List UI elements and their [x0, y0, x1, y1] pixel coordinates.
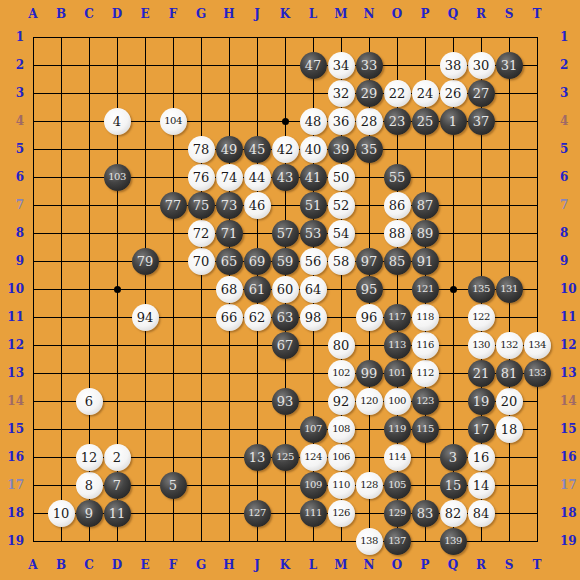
white-stone-116-P12: 116: [412, 332, 439, 359]
col-label-bottom-H: H: [215, 557, 243, 573]
stone-move-number: 82: [445, 507, 462, 520]
white-stone-132-S12: 132: [496, 332, 523, 359]
white-stone-56-L9: 56: [300, 248, 327, 275]
stone-move-number: 25: [417, 115, 434, 128]
stone-move-number: 44: [249, 171, 266, 184]
stone-move-number: 138: [360, 536, 378, 546]
black-stone-105-O17: 105: [384, 472, 411, 499]
row-label-right-18: 18: [558, 504, 580, 522]
stone-move-number: 117: [388, 312, 406, 322]
white-stone-40-L5: 40: [300, 136, 327, 163]
stone-move-number: 17: [473, 423, 490, 436]
white-stone-6-C14: 6: [76, 388, 103, 415]
stone-move-number: 61: [249, 283, 266, 296]
white-stone-38-Q2: 38: [440, 52, 467, 79]
stone-move-number: 110: [332, 480, 350, 490]
col-label-top-A: A: [19, 6, 47, 22]
row-label-right-19: 19: [558, 532, 580, 550]
white-stone-120-N14: 120: [356, 388, 383, 415]
white-stone-20-S14: 20: [496, 388, 523, 415]
white-stone-74-H6: 74: [216, 164, 243, 191]
black-stone-3-Q16: 3: [440, 444, 467, 471]
white-stone-54-M8: 54: [328, 220, 355, 247]
stone-move-number: 27: [473, 87, 490, 100]
stone-move-number: 23: [389, 115, 406, 128]
stone-move-number: 5: [169, 479, 177, 492]
white-stone-122-R11: 122: [468, 304, 495, 331]
stone-move-number: 42: [277, 143, 294, 156]
row-label-right-6: 6: [558, 168, 580, 186]
stone-move-number: 71: [221, 227, 238, 240]
white-stone-96-N11: 96: [356, 304, 383, 331]
stone-move-number: 95: [361, 283, 378, 296]
row-label-left-7: 7: [0, 196, 26, 214]
black-stone-59-K9: 59: [272, 248, 299, 275]
black-stone-75-G7: 75: [188, 192, 215, 219]
stone-move-number: 137: [388, 536, 406, 546]
stone-move-number: 14: [473, 479, 490, 492]
black-stone-29-N3: 29: [356, 80, 383, 107]
white-stone-46-J7: 46: [244, 192, 271, 219]
stone-move-number: 108: [332, 424, 350, 434]
col-label-bottom-K: K: [271, 557, 299, 573]
stone-move-number: 84: [473, 507, 490, 520]
col-label-top-L: L: [299, 6, 327, 22]
stone-move-number: 115: [416, 424, 434, 434]
row-label-right-17: 17: [558, 476, 580, 494]
black-stone-127-J18: 127: [244, 500, 271, 527]
stone-move-number: 26: [445, 87, 462, 100]
white-stone-50-M6: 50: [328, 164, 355, 191]
stone-move-number: 67: [277, 339, 294, 352]
stone-move-number: 15: [445, 479, 462, 492]
black-stone-139-Q19: 139: [440, 528, 467, 555]
stone-move-number: 31: [501, 59, 518, 72]
stone-move-number: 87: [417, 199, 434, 212]
stone-move-number: 63: [277, 311, 294, 324]
row-label-right-10: 10: [558, 280, 580, 298]
stone-move-number: 70: [193, 255, 210, 268]
stone-move-number: 107: [304, 424, 322, 434]
white-stone-26-Q3: 26: [440, 80, 467, 107]
col-label-bottom-E: E: [131, 557, 159, 573]
stone-move-number: 64: [305, 283, 322, 296]
black-stone-123-P14: 123: [412, 388, 439, 415]
black-stone-61-J10: 61: [244, 276, 271, 303]
stone-move-number: 86: [389, 199, 406, 212]
stone-move-number: 74: [221, 171, 238, 184]
white-stone-36-M4: 36: [328, 108, 355, 135]
row-label-left-17: 17: [0, 476, 26, 494]
row-label-left-19: 19: [0, 532, 26, 550]
stone-move-number: 39: [333, 143, 350, 156]
white-stone-100-O14: 100: [384, 388, 411, 415]
stone-move-number: 37: [473, 115, 490, 128]
white-stone-22-O3: 22: [384, 80, 411, 107]
stone-move-number: 68: [221, 283, 238, 296]
stone-move-number: 43: [277, 171, 294, 184]
white-stone-64-L10: 64: [300, 276, 327, 303]
row-label-right-12: 12: [558, 336, 580, 354]
black-stone-45-J5: 45: [244, 136, 271, 163]
white-stone-98-L11: 98: [300, 304, 327, 331]
white-stone-110-M17: 110: [328, 472, 355, 499]
stone-move-number: 32: [333, 87, 350, 100]
black-stone-77-F7: 77: [160, 192, 187, 219]
stone-move-number: 83: [417, 507, 434, 520]
stone-move-number: 139: [444, 536, 462, 546]
white-stone-102-M13: 102: [328, 360, 355, 387]
stone-move-number: 131: [500, 284, 518, 294]
stone-move-number: 10: [53, 507, 70, 520]
white-stone-92-M14: 92: [328, 388, 355, 415]
black-stone-19-R14: 19: [468, 388, 495, 415]
stone-move-number: 123: [416, 396, 434, 406]
col-label-bottom-S: S: [495, 557, 523, 573]
stone-move-number: 116: [416, 340, 434, 350]
stone-move-number: 106: [332, 452, 350, 462]
white-stone-70-G9: 70: [188, 248, 215, 275]
col-label-bottom-F: F: [159, 557, 187, 573]
white-stone-68-H10: 68: [216, 276, 243, 303]
stone-move-number: 45: [249, 143, 266, 156]
stone-move-number: 69: [249, 255, 266, 268]
stone-move-number: 66: [221, 311, 238, 324]
stone-move-number: 60: [277, 283, 294, 296]
stone-move-number: 125: [276, 452, 294, 462]
stone-move-number: 28: [361, 115, 378, 128]
black-stone-83-P18: 83: [412, 500, 439, 527]
black-stone-119-O15: 119: [384, 416, 411, 443]
black-stone-1-Q4: 1: [440, 108, 467, 135]
row-label-left-1: 1: [0, 28, 26, 46]
white-stone-106-M16: 106: [328, 444, 355, 471]
white-stone-86-O7: 86: [384, 192, 411, 219]
white-stone-30-R2: 30: [468, 52, 495, 79]
stone-move-number: 99: [361, 367, 378, 380]
stone-move-number: 11: [109, 507, 126, 520]
stone-move-number: 48: [305, 115, 322, 128]
stone-move-number: 34: [333, 59, 350, 72]
star-point-K4: [282, 118, 289, 125]
stone-move-number: 53: [305, 227, 322, 240]
black-stone-121-P10: 121: [412, 276, 439, 303]
stone-move-number: 104: [164, 116, 182, 126]
black-stone-37-R4: 37: [468, 108, 495, 135]
white-stone-48-L4: 48: [300, 108, 327, 135]
stone-move-number: 79: [137, 255, 154, 268]
black-stone-31-S2: 31: [496, 52, 523, 79]
col-label-top-F: F: [159, 6, 187, 22]
stone-move-number: 114: [388, 452, 406, 462]
row-label-left-11: 11: [0, 308, 26, 326]
stone-move-number: 41: [305, 171, 322, 184]
row-label-right-14: 14: [558, 392, 580, 410]
white-stone-108-M15: 108: [328, 416, 355, 443]
stone-move-number: 76: [193, 171, 210, 184]
stone-move-number: 56: [305, 255, 322, 268]
stone-move-number: 102: [332, 368, 350, 378]
stone-move-number: 91: [417, 255, 434, 268]
row-label-left-6: 6: [0, 168, 26, 186]
col-label-bottom-N: N: [355, 557, 383, 573]
col-label-bottom-M: M: [327, 557, 355, 573]
row-label-left-16: 16: [0, 448, 26, 466]
black-stone-55-O6: 55: [384, 164, 411, 191]
row-label-right-1: 1: [558, 28, 580, 46]
col-label-top-R: R: [467, 6, 495, 22]
black-stone-109-L17: 109: [300, 472, 327, 499]
stone-move-number: 47: [305, 59, 322, 72]
stone-move-number: 24: [417, 87, 434, 100]
black-stone-103-D6: 103: [104, 164, 131, 191]
row-label-right-15: 15: [558, 420, 580, 438]
black-stone-25-P4: 25: [412, 108, 439, 135]
stone-move-number: 100: [388, 396, 406, 406]
stone-move-number: 22: [389, 87, 406, 100]
stone-move-number: 3: [449, 451, 457, 464]
stone-move-number: 50: [333, 171, 350, 184]
white-stone-114-O16: 114: [384, 444, 411, 471]
row-label-left-12: 12: [0, 336, 26, 354]
stone-move-number: 94: [137, 311, 154, 324]
col-label-bottom-A: A: [19, 557, 47, 573]
row-label-left-4: 4: [0, 112, 26, 130]
black-stone-5-F17: 5: [160, 472, 187, 499]
black-stone-133-T13: 133: [524, 360, 551, 387]
row-label-right-13: 13: [558, 364, 580, 382]
white-stone-78-G5: 78: [188, 136, 215, 163]
white-stone-84-R18: 84: [468, 500, 495, 527]
black-stone-49-H5: 49: [216, 136, 243, 163]
black-stone-131-S10: 131: [496, 276, 523, 303]
black-stone-113-O12: 113: [384, 332, 411, 359]
stone-move-number: 118: [416, 312, 434, 322]
black-stone-23-O4: 23: [384, 108, 411, 135]
black-stone-35-N5: 35: [356, 136, 383, 163]
white-stone-12-C16: 12: [76, 444, 103, 471]
stone-move-number: 80: [333, 339, 350, 352]
black-stone-85-O9: 85: [384, 248, 411, 275]
white-stone-62-J11: 62: [244, 304, 271, 331]
black-stone-135-R10: 135: [468, 276, 495, 303]
col-label-top-D: D: [103, 6, 131, 22]
stone-move-number: 12: [81, 451, 98, 464]
white-stone-34-M2: 34: [328, 52, 355, 79]
row-label-right-4: 4: [558, 112, 580, 130]
row-label-left-18: 18: [0, 504, 26, 522]
white-stone-72-G8: 72: [188, 220, 215, 247]
row-label-right-8: 8: [558, 224, 580, 242]
stone-move-number: 122: [472, 312, 490, 322]
col-label-bottom-T: T: [523, 557, 551, 573]
col-label-bottom-D: D: [103, 557, 131, 573]
stone-move-number: 124: [304, 452, 322, 462]
col-label-top-E: E: [131, 6, 159, 22]
col-label-top-C: C: [75, 6, 103, 22]
stone-move-number: 120: [360, 396, 378, 406]
white-stone-32-M3: 32: [328, 80, 355, 107]
stone-move-number: 1: [449, 115, 457, 128]
star-point-Q10: [450, 286, 457, 293]
black-stone-43-K6: 43: [272, 164, 299, 191]
stone-move-number: 62: [249, 311, 266, 324]
stone-move-number: 113: [388, 340, 406, 350]
go-board-diagram: 1234567891011121314151617181920212223242…: [0, 0, 580, 580]
stone-move-number: 126: [332, 508, 350, 518]
col-label-bottom-R: R: [467, 557, 495, 573]
black-stone-63-K11: 63: [272, 304, 299, 331]
stone-move-number: 81: [501, 367, 518, 380]
black-stone-95-N10: 95: [356, 276, 383, 303]
stone-move-number: 132: [500, 340, 518, 350]
stone-move-number: 49: [221, 143, 238, 156]
white-stone-138-N19: 138: [356, 528, 383, 555]
stone-move-number: 51: [305, 199, 322, 212]
stone-move-number: 40: [305, 143, 322, 156]
row-label-right-5: 5: [558, 140, 580, 158]
white-stone-10-B18: 10: [48, 500, 75, 527]
black-stone-47-L2: 47: [300, 52, 327, 79]
stone-move-number: 77: [165, 199, 182, 212]
white-stone-76-G6: 76: [188, 164, 215, 191]
white-stone-60-K10: 60: [272, 276, 299, 303]
col-label-bottom-L: L: [299, 557, 327, 573]
row-label-right-9: 9: [558, 252, 580, 270]
black-stone-89-P8: 89: [412, 220, 439, 247]
stone-move-number: 33: [361, 59, 378, 72]
stone-move-number: 78: [193, 143, 210, 156]
black-stone-41-L6: 41: [300, 164, 327, 191]
stone-move-number: 127: [248, 508, 266, 518]
white-stone-24-P3: 24: [412, 80, 439, 107]
black-stone-13-J16: 13: [244, 444, 271, 471]
black-stone-71-H8: 71: [216, 220, 243, 247]
stone-move-number: 135: [472, 284, 490, 294]
white-stone-104-F4: 104: [160, 108, 187, 135]
row-label-right-2: 2: [558, 56, 580, 74]
col-label-top-G: G: [187, 6, 215, 22]
row-label-right-16: 16: [558, 448, 580, 466]
black-stone-69-J9: 69: [244, 248, 271, 275]
white-stone-14-R17: 14: [468, 472, 495, 499]
stone-move-number: 73: [221, 199, 238, 212]
stone-move-number: 8: [85, 479, 93, 492]
stone-move-number: 2: [113, 451, 121, 464]
col-label-top-P: P: [411, 6, 439, 22]
black-stone-101-O13: 101: [384, 360, 411, 387]
stone-move-number: 109: [304, 480, 322, 490]
col-label-top-S: S: [495, 6, 523, 22]
stone-move-number: 112: [416, 368, 434, 378]
col-label-bottom-G: G: [187, 557, 215, 573]
stone-move-number: 57: [277, 227, 294, 240]
black-stone-17-R15: 17: [468, 416, 495, 443]
col-label-bottom-C: C: [75, 557, 103, 573]
white-stone-112-P13: 112: [412, 360, 439, 387]
black-stone-15-Q17: 15: [440, 472, 467, 499]
black-stone-7-D17: 7: [104, 472, 131, 499]
stone-move-number: 19: [473, 395, 490, 408]
stone-move-number: 88: [389, 227, 406, 240]
white-stone-118-P11: 118: [412, 304, 439, 331]
stone-move-number: 98: [305, 311, 322, 324]
stone-move-number: 85: [389, 255, 406, 268]
black-stone-51-L7: 51: [300, 192, 327, 219]
black-stone-115-P15: 115: [412, 416, 439, 443]
white-stone-44-J6: 44: [244, 164, 271, 191]
white-stone-126-M18: 126: [328, 500, 355, 527]
col-label-bottom-Q: Q: [439, 557, 467, 573]
stone-move-number: 18: [501, 423, 518, 436]
col-label-bottom-O: O: [383, 557, 411, 573]
stone-move-number: 101: [388, 368, 406, 378]
white-stone-28-N4: 28: [356, 108, 383, 135]
black-stone-21-R13: 21: [468, 360, 495, 387]
row-label-left-2: 2: [0, 56, 26, 74]
black-stone-129-O18: 129: [384, 500, 411, 527]
black-stone-125-K16: 125: [272, 444, 299, 471]
black-stone-97-N9: 97: [356, 248, 383, 275]
stone-move-number: 72: [193, 227, 210, 240]
black-stone-81-S13: 81: [496, 360, 523, 387]
stone-move-number: 52: [333, 199, 350, 212]
white-stone-134-T12: 134: [524, 332, 551, 359]
stone-move-number: 103: [108, 172, 126, 182]
black-stone-57-K8: 57: [272, 220, 299, 247]
stone-move-number: 111: [304, 508, 322, 518]
white-stone-128-N17: 128: [356, 472, 383, 499]
col-label-top-B: B: [47, 6, 75, 22]
stone-move-number: 92: [333, 395, 350, 408]
stone-move-number: 93: [277, 395, 294, 408]
stone-move-number: 7: [113, 479, 121, 492]
stone-move-number: 75: [193, 199, 210, 212]
row-label-right-11: 11: [558, 308, 580, 326]
stone-move-number: 46: [249, 199, 266, 212]
black-stone-99-N13: 99: [356, 360, 383, 387]
black-stone-9-C18: 9: [76, 500, 103, 527]
col-label-top-N: N: [355, 6, 383, 22]
stone-move-number: 134: [528, 340, 546, 350]
black-stone-11-D18: 11: [104, 500, 131, 527]
white-stone-88-O8: 88: [384, 220, 411, 247]
black-stone-91-P9: 91: [412, 248, 439, 275]
stone-move-number: 105: [388, 480, 406, 490]
stone-move-number: 133: [528, 368, 546, 378]
white-stone-18-S15: 18: [496, 416, 523, 443]
stone-move-number: 129: [388, 508, 406, 518]
col-label-top-K: K: [271, 6, 299, 22]
stone-move-number: 4: [113, 115, 121, 128]
white-stone-2-D16: 2: [104, 444, 131, 471]
stone-move-number: 38: [445, 59, 462, 72]
stone-move-number: 65: [221, 255, 238, 268]
white-stone-80-M12: 80: [328, 332, 355, 359]
row-label-left-8: 8: [0, 224, 26, 242]
col-label-top-T: T: [523, 6, 551, 22]
stone-move-number: 36: [333, 115, 350, 128]
star-point-D10: [114, 286, 121, 293]
white-stone-130-R12: 130: [468, 332, 495, 359]
black-stone-87-P7: 87: [412, 192, 439, 219]
row-label-left-14: 14: [0, 392, 26, 410]
stone-move-number: 97: [361, 255, 378, 268]
black-stone-73-H7: 73: [216, 192, 243, 219]
black-stone-111-L18: 111: [300, 500, 327, 527]
col-label-top-M: M: [327, 6, 355, 22]
black-stone-27-R3: 27: [468, 80, 495, 107]
